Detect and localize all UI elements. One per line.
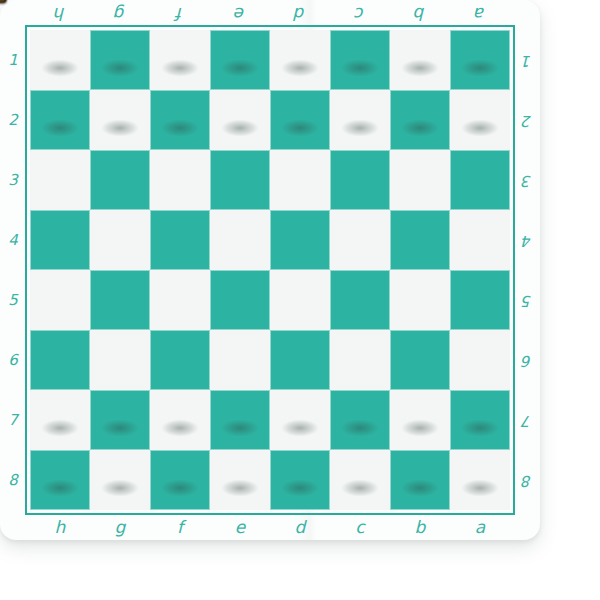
file-label-bottom-c: c: [355, 519, 364, 536]
rank-label-right-2: 2: [522, 113, 532, 128]
piece-black-pawn-b2: ♟: [0, 0, 7, 2]
piece-white-knight-b8: ♞: [0, 0, 7, 2]
shadow-b8: [396, 477, 444, 499]
square-g6: [90, 330, 150, 390]
piece-white-knight-g8: ♞: [0, 0, 7, 2]
shadow-f7: [156, 417, 204, 439]
square-f6: [150, 330, 210, 390]
rank-label-right-6: 6: [522, 353, 532, 368]
file-label-bottom-d: d: [295, 519, 306, 536]
square-b3: [390, 150, 450, 210]
square-f3: [150, 150, 210, 210]
piece-black-knight-b1: ♞: [0, 0, 7, 2]
shadow-e7: [216, 417, 264, 439]
file-label-bottom-h: h: [55, 519, 66, 536]
piece-black-king-e1: ♚: [0, 0, 7, 2]
shadow-c2: [336, 117, 384, 139]
piece-black-pawn-g2: ♟: [0, 0, 7, 2]
board-border-line: [25, 25, 515, 515]
shadow-a1: [456, 57, 504, 79]
shadow-b7: [396, 417, 444, 439]
shadow-b2: [396, 117, 444, 139]
square-a6: [450, 330, 510, 390]
file-label-top-f: f: [177, 5, 183, 22]
file-label-bottom-b: b: [415, 519, 426, 536]
shadow-f2: [156, 117, 204, 139]
square-d6: [270, 330, 330, 390]
square-f5: [150, 270, 210, 330]
rank-label-left-6: 6: [8, 353, 18, 368]
shadow-c8: [336, 477, 384, 499]
square-c3: [330, 150, 390, 210]
file-label-bottom-g: g: [115, 519, 126, 536]
rank-label-left-5: 5: [8, 293, 18, 308]
square-a5: [450, 270, 510, 330]
square-e3: [210, 150, 270, 210]
shadow-g8: [96, 477, 144, 499]
piece-white-pawn-h7: ♟: [0, 0, 7, 2]
rank-label-right-3: 3: [522, 173, 532, 188]
shadow-d8: [276, 477, 324, 499]
piece-white-pawn-d7: ♟: [0, 0, 7, 2]
piece-white-pawn-a7: ♟: [0, 0, 7, 2]
piece-black-queen-d1: ♛: [0, 0, 7, 2]
square-b5: [390, 270, 450, 330]
shadow-e2: [216, 117, 264, 139]
square-h4: [30, 210, 90, 270]
shadow-e1: [216, 57, 264, 79]
product-photo-scene: hh11gg22ff33ee44dd55cc66bb77aa88 ♜♞♝♛♚♝♞…: [0, 0, 600, 600]
piece-black-bishop-c1: ♝: [0, 0, 7, 2]
file-label-top-a: a: [475, 5, 485, 22]
piece-white-pawn-e7: ♟: [0, 0, 7, 2]
piece-white-bishop-f8: ♝: [0, 0, 7, 2]
rank-label-left-8: 8: [8, 473, 18, 488]
shadow-b1: [396, 57, 444, 79]
shadow-h8: [36, 477, 84, 499]
shadow-g1: [96, 57, 144, 79]
rank-label-right-1: 1: [522, 53, 532, 68]
file-label-bottom-e: e: [235, 519, 245, 536]
square-e6: [210, 330, 270, 390]
piece-white-bishop-c8: ♝: [0, 0, 7, 2]
shadow-d7: [276, 417, 324, 439]
piece-white-pawn-b7: ♟: [0, 0, 7, 2]
file-label-top-d: d: [295, 5, 306, 22]
rank-label-left-4: 4: [8, 233, 18, 248]
shadow-a8: [456, 477, 504, 499]
square-a4: [450, 210, 510, 270]
piece-white-king-e8: ♚: [0, 0, 7, 2]
shadow-f8: [156, 477, 204, 499]
piece-white-pawn-f7: ♟: [0, 0, 7, 2]
square-b4: [390, 210, 450, 270]
file-label-top-b: b: [415, 5, 426, 22]
piece-black-rook-h1: ♜: [0, 0, 7, 2]
rank-label-left-7: 7: [8, 413, 18, 428]
file-label-top-g: g: [115, 5, 126, 22]
square-g5: [90, 270, 150, 330]
shadow-d1: [276, 57, 324, 79]
chess-mat: hh11gg22ff33ee44dd55cc66bb77aa88: [0, 0, 540, 540]
square-c6: [330, 330, 390, 390]
square-e4: [210, 210, 270, 270]
shadow-h2: [36, 117, 84, 139]
piece-black-pawn-h2: ♟: [0, 0, 7, 2]
piece-black-pawn-c2: ♟: [0, 0, 7, 2]
rank-label-right-8: 8: [522, 473, 532, 488]
shadow-e8: [216, 477, 264, 499]
square-d4: [270, 210, 330, 270]
file-label-top-h: h: [55, 5, 66, 22]
shadow-g7: [96, 417, 144, 439]
shadow-c1: [336, 57, 384, 79]
piece-black-pawn-d2: ♟: [0, 0, 7, 2]
shadow-h1: [36, 57, 84, 79]
rank-label-right-7: 7: [522, 413, 532, 428]
square-h3: [30, 150, 90, 210]
shadow-h7: [36, 417, 84, 439]
file-label-bottom-a: a: [475, 519, 485, 536]
shadow-a7: [456, 417, 504, 439]
rank-label-left-2: 2: [8, 113, 18, 128]
rank-label-right-4: 4: [522, 233, 532, 248]
piece-white-queen-d8: ♛: [0, 0, 7, 2]
square-c4: [330, 210, 390, 270]
square-e5: [210, 270, 270, 330]
piece-black-bishop-f1: ♝: [0, 0, 7, 2]
square-g4: [90, 210, 150, 270]
piece-black-pawn-e2: ♟: [0, 0, 7, 2]
square-a3: [450, 150, 510, 210]
square-b6: [390, 330, 450, 390]
shadow-a2: [456, 117, 504, 139]
rank-label-left-1: 1: [8, 53, 18, 68]
square-c5: [330, 270, 390, 330]
file-label-top-e: e: [235, 5, 245, 22]
square-h6: [30, 330, 90, 390]
square-f4: [150, 210, 210, 270]
piece-black-pawn-a2: ♟: [0, 0, 7, 2]
piece-black-rook-a1: ♜: [0, 0, 7, 2]
piece-black-knight-g1: ♞: [0, 0, 7, 2]
file-label-bottom-f: f: [177, 519, 183, 536]
shadow-g2: [96, 117, 144, 139]
square-d3: [270, 150, 330, 210]
square-g3: [90, 150, 150, 210]
rank-label-left-3: 3: [8, 173, 18, 188]
square-h5: [30, 270, 90, 330]
piece-black-pawn-f2: ♟: [0, 0, 7, 2]
piece-white-pawn-c7: ♟: [0, 0, 7, 2]
piece-white-pawn-g7: ♟: [0, 0, 7, 2]
rank-label-right-5: 5: [522, 293, 532, 308]
shadow-d2: [276, 117, 324, 139]
shadow-c7: [336, 417, 384, 439]
shadow-f1: [156, 57, 204, 79]
piece-white-rook-h8: ♜: [0, 0, 7, 2]
square-d5: [270, 270, 330, 330]
piece-white-rook-a8: ♜: [0, 0, 7, 2]
file-label-top-c: c: [355, 5, 364, 22]
